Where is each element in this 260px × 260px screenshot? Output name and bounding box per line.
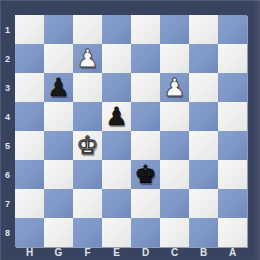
white-king-f5[interactable]: ♚ <box>73 131 102 160</box>
file-labels: HGFEDCBA <box>15 247 247 260</box>
square-b1[interactable] <box>189 15 218 44</box>
file-label-b: B <box>189 247 218 260</box>
rank-label-6: 6 <box>0 160 15 189</box>
square-d6[interactable]: ♚ <box>131 160 160 189</box>
square-d3[interactable] <box>131 73 160 102</box>
square-a3[interactable] <box>218 73 247 102</box>
square-g6[interactable] <box>44 160 73 189</box>
square-h4[interactable] <box>15 102 44 131</box>
square-f5[interactable]: ♚ <box>73 131 102 160</box>
rank-label-4: 4 <box>0 102 15 131</box>
black-king-d6[interactable]: ♚ <box>131 160 160 189</box>
square-d5[interactable] <box>131 131 160 160</box>
square-a6[interactable] <box>218 160 247 189</box>
file-label-c: C <box>160 247 189 260</box>
square-g1[interactable] <box>44 15 73 44</box>
square-c6[interactable] <box>160 160 189 189</box>
square-b6[interactable] <box>189 160 218 189</box>
square-a1[interactable] <box>218 15 247 44</box>
file-label-a: A <box>218 247 247 260</box>
rank-label-5: 5 <box>0 131 15 160</box>
square-a7[interactable] <box>218 189 247 218</box>
square-d7[interactable] <box>131 189 160 218</box>
square-h8[interactable] <box>15 218 44 247</box>
file-label-f: F <box>73 247 102 260</box>
board: ♟♟♟♟♚♚ <box>15 15 247 247</box>
square-f3[interactable] <box>73 73 102 102</box>
square-e3[interactable] <box>102 73 131 102</box>
rank-label-3: 3 <box>0 73 15 102</box>
black-pawn-e4[interactable]: ♟ <box>102 102 131 131</box>
square-d1[interactable] <box>131 15 160 44</box>
file-label-e: E <box>102 247 131 260</box>
square-d4[interactable] <box>131 102 160 131</box>
square-c4[interactable] <box>160 102 189 131</box>
square-a4[interactable] <box>218 102 247 131</box>
rank-label-8: 8 <box>0 218 15 247</box>
file-label-g: G <box>44 247 73 260</box>
square-d2[interactable] <box>131 44 160 73</box>
square-g8[interactable] <box>44 218 73 247</box>
square-f7[interactable] <box>73 189 102 218</box>
square-h7[interactable] <box>15 189 44 218</box>
square-e5[interactable] <box>102 131 131 160</box>
square-f4[interactable] <box>73 102 102 131</box>
square-b5[interactable] <box>189 131 218 160</box>
rank-label-7: 7 <box>0 189 15 218</box>
square-e6[interactable] <box>102 160 131 189</box>
black-pawn-g3[interactable]: ♟ <box>44 73 73 102</box>
square-e8[interactable] <box>102 218 131 247</box>
square-h2[interactable] <box>15 44 44 73</box>
square-e4[interactable]: ♟ <box>102 102 131 131</box>
square-e7[interactable] <box>102 189 131 218</box>
square-a8[interactable] <box>218 218 247 247</box>
square-e2[interactable] <box>102 44 131 73</box>
square-g5[interactable] <box>44 131 73 160</box>
rank-labels: 12345678 <box>0 15 15 247</box>
square-a5[interactable] <box>218 131 247 160</box>
square-f6[interactable] <box>73 160 102 189</box>
square-h3[interactable] <box>15 73 44 102</box>
square-g7[interactable] <box>44 189 73 218</box>
white-pawn-f2[interactable]: ♟ <box>73 44 102 73</box>
square-f2[interactable]: ♟ <box>73 44 102 73</box>
square-c3[interactable]: ♟ <box>160 73 189 102</box>
file-label-d: D <box>131 247 160 260</box>
square-g3[interactable]: ♟ <box>44 73 73 102</box>
square-g2[interactable] <box>44 44 73 73</box>
square-d8[interactable] <box>131 218 160 247</box>
square-h6[interactable] <box>15 160 44 189</box>
square-c5[interactable] <box>160 131 189 160</box>
square-c2[interactable] <box>160 44 189 73</box>
chess-diagram: 12345678 ♟♟♟♟♚♚ HGFEDCBA <box>0 0 260 260</box>
square-f1[interactable] <box>73 15 102 44</box>
square-b2[interactable] <box>189 44 218 73</box>
rank-label-1: 1 <box>0 15 15 44</box>
square-f8[interactable] <box>73 218 102 247</box>
white-pawn-c3[interactable]: ♟ <box>160 73 189 102</box>
square-b4[interactable] <box>189 102 218 131</box>
square-b3[interactable] <box>189 73 218 102</box>
square-b8[interactable] <box>189 218 218 247</box>
file-label-h: H <box>15 247 44 260</box>
square-a2[interactable] <box>218 44 247 73</box>
square-g4[interactable] <box>44 102 73 131</box>
square-c1[interactable] <box>160 15 189 44</box>
square-h1[interactable] <box>15 15 44 44</box>
square-c8[interactable] <box>160 218 189 247</box>
square-h5[interactable] <box>15 131 44 160</box>
square-e1[interactable] <box>102 15 131 44</box>
square-b7[interactable] <box>189 189 218 218</box>
square-c7[interactable] <box>160 189 189 218</box>
rank-label-2: 2 <box>0 44 15 73</box>
